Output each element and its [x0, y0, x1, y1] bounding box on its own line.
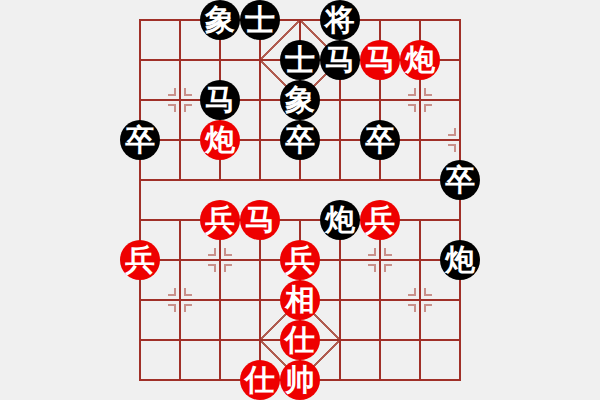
position-marker — [384, 264, 392, 272]
position-marker — [168, 88, 176, 96]
position-marker — [424, 288, 432, 296]
black-soldier[interactable]: 卒 — [440, 160, 480, 200]
position-marker — [224, 248, 232, 256]
xiangqi-board: 象士将士马马炮马象卒炮卒卒卒兵马炮兵兵兵炮相仕仕帅 — [0, 0, 600, 400]
board-cell — [140, 180, 180, 220]
black-horse[interactable]: 马 — [320, 40, 360, 80]
board-cell — [340, 300, 380, 340]
black-soldier[interactable]: 卒 — [280, 120, 320, 160]
position-marker — [408, 104, 416, 112]
position-marker — [448, 128, 456, 136]
position-marker — [208, 264, 216, 272]
black-advisor[interactable]: 士 — [240, 0, 280, 40]
position-marker — [184, 304, 192, 312]
board-cell — [420, 340, 460, 380]
board-cell — [220, 300, 260, 340]
position-marker — [424, 88, 432, 96]
black-general[interactable]: 将 — [320, 0, 360, 40]
red-advisor[interactable]: 仕 — [240, 360, 280, 400]
black-soldier[interactable]: 卒 — [120, 120, 160, 160]
red-elephant[interactable]: 相 — [280, 280, 320, 320]
position-marker — [448, 144, 456, 152]
red-horse[interactable]: 马 — [360, 40, 400, 80]
red-cannon[interactable]: 炮 — [400, 40, 440, 80]
position-marker — [184, 104, 192, 112]
position-marker — [208, 248, 216, 256]
red-soldier[interactable]: 兵 — [280, 240, 320, 280]
black-cannon[interactable]: 炮 — [320, 200, 360, 240]
board-cell — [140, 20, 180, 60]
red-soldier[interactable]: 兵 — [120, 240, 160, 280]
position-marker — [168, 288, 176, 296]
red-advisor[interactable]: 仕 — [280, 320, 320, 360]
board-cell — [380, 340, 420, 380]
position-marker — [184, 288, 192, 296]
black-soldier[interactable]: 卒 — [360, 120, 400, 160]
position-marker — [168, 104, 176, 112]
black-horse[interactable]: 马 — [200, 80, 240, 120]
position-marker — [368, 264, 376, 272]
position-marker — [368, 248, 376, 256]
red-general[interactable]: 帅 — [280, 360, 320, 400]
board-cell — [140, 340, 180, 380]
red-horse[interactable]: 马 — [240, 200, 280, 240]
position-marker — [408, 288, 416, 296]
board-cell — [340, 340, 380, 380]
position-marker — [224, 264, 232, 272]
red-cannon[interactable]: 炮 — [200, 120, 240, 160]
board-cell — [180, 340, 220, 380]
position-marker — [384, 248, 392, 256]
position-marker — [408, 304, 416, 312]
black-advisor[interactable]: 士 — [280, 40, 320, 80]
position-marker — [184, 88, 192, 96]
red-soldier[interactable]: 兵 — [200, 200, 240, 240]
position-marker — [424, 304, 432, 312]
position-marker — [408, 88, 416, 96]
black-elephant[interactable]: 象 — [200, 0, 240, 40]
black-elephant[interactable]: 象 — [280, 80, 320, 120]
red-soldier[interactable]: 兵 — [360, 200, 400, 240]
position-marker — [424, 104, 432, 112]
black-cannon[interactable]: 炮 — [440, 240, 480, 280]
position-marker — [168, 304, 176, 312]
